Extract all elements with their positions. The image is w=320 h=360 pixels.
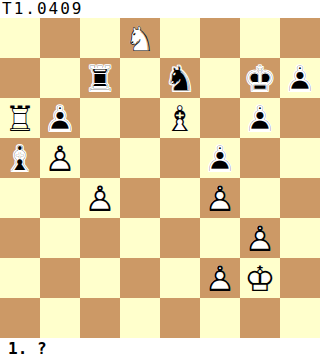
square-f4[interactable]: ♟♙ [200, 178, 240, 218]
piece-white-rook[interactable]: ♜♖ [0, 98, 40, 138]
piece-white-king[interactable]: ♚♔ [240, 258, 280, 298]
square-f3[interactable] [200, 218, 240, 258]
square-e2[interactable] [160, 258, 200, 298]
square-f5[interactable]: ♟♙ [200, 138, 240, 178]
square-h8[interactable] [280, 18, 320, 58]
piece-outline-glyph: ♙ [200, 138, 240, 178]
piece-outline-glyph: ♗ [160, 98, 200, 138]
piece-outline-glyph: ♖ [0, 98, 40, 138]
piece-outline-glyph: ♖ [80, 58, 120, 98]
piece-white-pawn[interactable]: ♟♙ [200, 258, 240, 298]
square-b5[interactable]: ♟♙ [40, 138, 80, 178]
square-c7[interactable]: ♜♖ [80, 58, 120, 98]
square-d8[interactable]: ♞♘ [120, 18, 160, 58]
square-h6[interactable] [280, 98, 320, 138]
square-a1[interactable] [0, 298, 40, 338]
piece-black-pawn[interactable]: ♟♙ [280, 58, 320, 98]
square-g7[interactable]: ♚♔ [240, 58, 280, 98]
square-g8[interactable] [240, 18, 280, 58]
square-h5[interactable] [280, 138, 320, 178]
square-a8[interactable] [0, 18, 40, 58]
square-g2[interactable]: ♚♔ [240, 258, 280, 298]
piece-black-pawn[interactable]: ♟♙ [240, 98, 280, 138]
square-d2[interactable] [120, 258, 160, 298]
square-e5[interactable] [160, 138, 200, 178]
square-f1[interactable] [200, 298, 240, 338]
chess-board: ♞♘♜♖♞♘♚♔♟♙♜♖♟♙♝♗♟♙♝♗♟♙♟♙♟♙♟♙♟♙♟♙♚♔ [0, 18, 320, 338]
square-h7[interactable]: ♟♙ [280, 58, 320, 98]
square-b2[interactable] [40, 258, 80, 298]
piece-outline-glyph: ♔ [240, 258, 280, 298]
square-e8[interactable] [160, 18, 200, 58]
piece-white-pawn[interactable]: ♟♙ [200, 178, 240, 218]
square-d5[interactable] [120, 138, 160, 178]
piece-outline-glyph: ♔ [240, 58, 280, 98]
square-f8[interactable] [200, 18, 240, 58]
move-prompt: 1. ? [8, 338, 47, 360]
square-c1[interactable] [80, 298, 120, 338]
piece-outline-glyph: ♙ [40, 138, 80, 178]
square-f7[interactable] [200, 58, 240, 98]
puzzle-page: T1.0409 ♞♘♜♖♞♘♚♔♟♙♜♖♟♙♝♗♟♙♝♗♟♙♟♙♟♙♟♙♟♙♟♙… [0, 0, 320, 360]
square-e4[interactable] [160, 178, 200, 218]
square-b6[interactable]: ♟♙ [40, 98, 80, 138]
square-a7[interactable] [0, 58, 40, 98]
piece-black-rook[interactable]: ♜♖ [80, 58, 120, 98]
piece-outline-glyph: ♙ [240, 98, 280, 138]
square-h1[interactable] [280, 298, 320, 338]
square-d4[interactable] [120, 178, 160, 218]
piece-outline-glyph: ♙ [80, 178, 120, 218]
piece-outline-glyph: ♙ [40, 98, 80, 138]
square-h3[interactable] [280, 218, 320, 258]
piece-outline-glyph: ♙ [280, 58, 320, 98]
piece-black-king[interactable]: ♚♔ [240, 58, 280, 98]
square-f6[interactable] [200, 98, 240, 138]
piece-black-knight[interactable]: ♞♘ [160, 58, 200, 98]
square-c4[interactable]: ♟♙ [80, 178, 120, 218]
square-d1[interactable] [120, 298, 160, 338]
puzzle-id: T1.0409 [2, 0, 83, 18]
square-c2[interactable] [80, 258, 120, 298]
piece-black-bishop[interactable]: ♝♗ [0, 138, 40, 178]
square-a5[interactable]: ♝♗ [0, 138, 40, 178]
square-g4[interactable] [240, 178, 280, 218]
piece-outline-glyph: ♘ [160, 58, 200, 98]
square-e6[interactable]: ♝♗ [160, 98, 200, 138]
piece-black-pawn[interactable]: ♟♙ [40, 98, 80, 138]
square-c5[interactable] [80, 138, 120, 178]
piece-white-knight[interactable]: ♞♘ [120, 18, 160, 58]
square-d6[interactable] [120, 98, 160, 138]
square-d7[interactable] [120, 58, 160, 98]
square-b8[interactable] [40, 18, 80, 58]
square-g1[interactable] [240, 298, 280, 338]
square-h2[interactable] [280, 258, 320, 298]
square-c6[interactable] [80, 98, 120, 138]
piece-white-pawn[interactable]: ♟♙ [80, 178, 120, 218]
square-b3[interactable] [40, 218, 80, 258]
piece-white-bishop[interactable]: ♝♗ [160, 98, 200, 138]
piece-outline-glyph: ♙ [200, 258, 240, 298]
square-e1[interactable] [160, 298, 200, 338]
square-f2[interactable]: ♟♙ [200, 258, 240, 298]
square-a2[interactable] [0, 258, 40, 298]
piece-outline-glyph: ♗ [0, 138, 40, 178]
square-g6[interactable]: ♟♙ [240, 98, 280, 138]
square-b1[interactable] [40, 298, 80, 338]
piece-outline-glyph: ♙ [240, 218, 280, 258]
square-c8[interactable] [80, 18, 120, 58]
square-g5[interactable] [240, 138, 280, 178]
piece-black-pawn[interactable]: ♟♙ [200, 138, 240, 178]
piece-white-pawn[interactable]: ♟♙ [40, 138, 80, 178]
piece-outline-glyph: ♘ [120, 18, 160, 58]
square-c3[interactable] [80, 218, 120, 258]
square-a6[interactable]: ♜♖ [0, 98, 40, 138]
square-g3[interactable]: ♟♙ [240, 218, 280, 258]
square-h4[interactable] [280, 178, 320, 218]
square-e3[interactable] [160, 218, 200, 258]
piece-white-pawn[interactable]: ♟♙ [240, 218, 280, 258]
square-a3[interactable] [0, 218, 40, 258]
square-a4[interactable] [0, 178, 40, 218]
square-b4[interactable] [40, 178, 80, 218]
square-b7[interactable] [40, 58, 80, 98]
piece-outline-glyph: ♙ [200, 178, 240, 218]
square-d3[interactable] [120, 218, 160, 258]
square-e7[interactable]: ♞♘ [160, 58, 200, 98]
